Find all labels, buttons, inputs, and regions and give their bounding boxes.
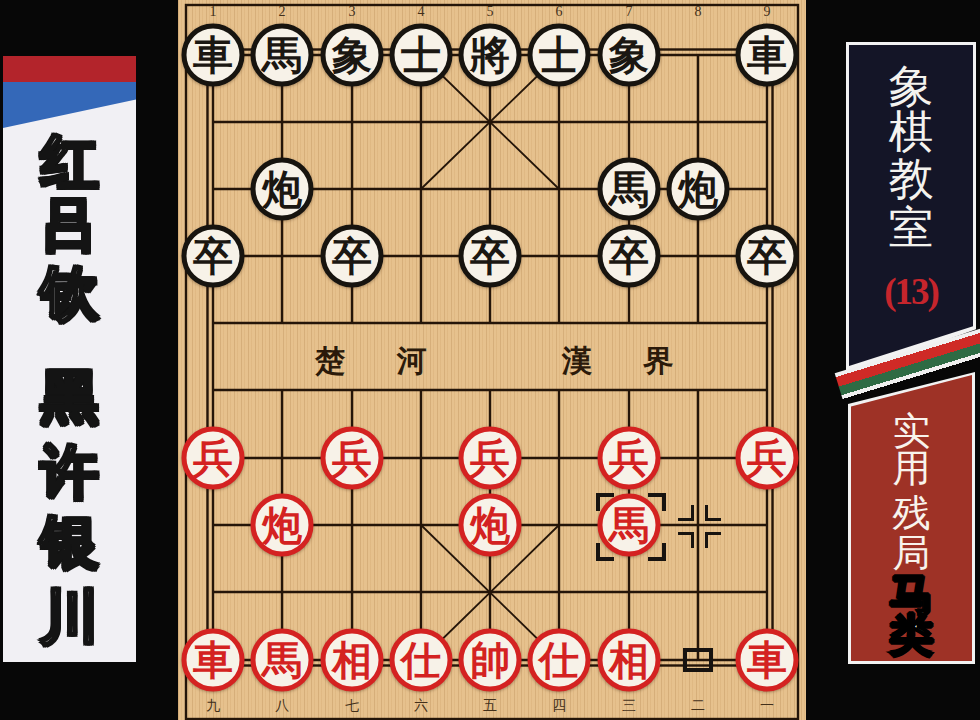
left-banner-char: 银 [41, 504, 99, 582]
piece-black-卒[interactable]: 卒 [736, 225, 799, 288]
piece-red-炮[interactable]: 炮 [459, 494, 522, 557]
video-frame: 红 吕 钦 黑 许 银 川 楚 河 漢 界 車馬象士將士象車炮馬炮卒卒卒卒卒兵兵… [0, 0, 980, 720]
file-label-bottom-七: 七 [345, 697, 359, 715]
category-char: 类 [890, 606, 934, 665]
piece-glyph: 兵 [470, 438, 510, 478]
piece-black-馬[interactable]: 馬 [251, 24, 314, 87]
file-label-bottom-二: 二 [691, 697, 705, 715]
file-label-top-3: 3 [349, 4, 356, 20]
piece-red-車[interactable]: 車 [182, 629, 245, 692]
piece-glyph: 炮 [262, 169, 302, 209]
left-banner-blue-wedge [3, 82, 136, 128]
piece-red-兵[interactable]: 兵 [598, 427, 661, 490]
piece-black-炮[interactable]: 炮 [251, 158, 314, 221]
piece-red-兵[interactable]: 兵 [736, 427, 799, 490]
file-label-bottom-六: 六 [414, 697, 428, 715]
marker-corner [705, 532, 721, 548]
left-banner-red-bar [3, 56, 136, 83]
marker-corner [678, 532, 694, 548]
piece-black-士[interactable]: 士 [528, 24, 591, 87]
file-label-top-5: 5 [487, 4, 494, 20]
piece-red-相[interactable]: 相 [321, 629, 384, 692]
river-text-right: 漢 界 [562, 341, 696, 382]
piece-red-仕[interactable]: 仕 [390, 629, 453, 692]
right-banner-bottom: 实 用 残 局 马 类 [848, 372, 975, 664]
file-label-bottom-四: 四 [552, 697, 566, 715]
piece-black-車[interactable]: 車 [736, 24, 799, 87]
marker-corner [678, 505, 694, 521]
piece-glyph: 象 [332, 35, 372, 75]
file-label-bottom-一: 一 [760, 697, 774, 715]
episode-number: (13) [884, 270, 938, 313]
piece-black-車[interactable]: 車 [182, 24, 245, 87]
marker-origin-square [683, 648, 713, 672]
marker-corner [705, 505, 721, 521]
marker-corner [648, 543, 666, 561]
piece-black-士[interactable]: 士 [390, 24, 453, 87]
piece-glyph: 炮 [678, 169, 718, 209]
piece-red-車[interactable]: 車 [736, 629, 799, 692]
marker-corner [596, 493, 614, 511]
piece-red-相[interactable]: 相 [598, 629, 661, 692]
piece-red-兵[interactable]: 兵 [182, 427, 245, 490]
piece-glyph: 車 [747, 35, 787, 75]
piece-black-馬[interactable]: 馬 [598, 158, 661, 221]
series-subtitle-char: 用 [893, 443, 931, 494]
piece-glyph: 車 [193, 35, 233, 75]
file-label-bottom-五: 五 [483, 697, 497, 715]
piece-red-馬[interactable]: 馬 [251, 629, 314, 692]
piece-glyph: 卒 [609, 236, 649, 276]
left-banner-char: 许 [41, 434, 99, 512]
piece-glyph: 兵 [609, 438, 649, 478]
file-label-top-7: 7 [626, 4, 633, 20]
left-banner-char-black: 黑 [41, 359, 99, 437]
piece-red-兵[interactable]: 兵 [321, 427, 384, 490]
piece-glyph: 兵 [193, 438, 233, 478]
piece-glyph: 卒 [332, 236, 372, 276]
left-banner-char: 钦 [41, 255, 99, 333]
piece-glyph: 車 [747, 640, 787, 680]
file-label-bottom-八: 八 [275, 697, 289, 715]
file-label-top-4: 4 [418, 4, 425, 20]
xiangqi-board[interactable]: 楚 河 漢 界 車馬象士將士象車炮馬炮卒卒卒卒卒兵兵兵兵兵炮炮馬車馬相仕帥仕相車… [178, 0, 806, 720]
piece-black-象[interactable]: 象 [321, 24, 384, 87]
file-label-top-8: 8 [695, 4, 702, 20]
piece-black-卒[interactable]: 卒 [182, 225, 245, 288]
left-banner: 红 吕 钦 黑 许 银 川 [3, 56, 136, 662]
piece-glyph: 士 [539, 35, 579, 75]
board-grid [178, 0, 806, 720]
piece-red-兵[interactable]: 兵 [459, 427, 522, 490]
piece-red-帥[interactable]: 帥 [459, 629, 522, 692]
piece-glyph: 仕 [539, 640, 579, 680]
piece-glyph: 炮 [470, 505, 510, 545]
piece-glyph: 馬 [609, 505, 649, 545]
piece-glyph: 馬 [609, 169, 649, 209]
right-banner-top: 象 棋 教 室 (13) [846, 42, 976, 376]
show-title-char: 室 [889, 198, 934, 258]
piece-glyph: 象 [609, 35, 649, 75]
river-text-left: 楚 河 [315, 341, 449, 382]
file-label-top-9: 9 [764, 4, 771, 20]
marker-corner [596, 543, 614, 561]
piece-glyph: 兵 [747, 438, 787, 478]
file-label-bottom-九: 九 [206, 697, 220, 715]
piece-glyph: 卒 [470, 236, 510, 276]
piece-glyph: 炮 [262, 505, 302, 545]
left-banner-char: 川 [41, 579, 99, 657]
file-label-top-1: 1 [210, 4, 217, 20]
piece-black-炮[interactable]: 炮 [667, 158, 730, 221]
piece-red-炮[interactable]: 炮 [251, 494, 314, 557]
piece-glyph: 車 [193, 640, 233, 680]
piece-black-卒[interactable]: 卒 [321, 225, 384, 288]
piece-glyph: 馬 [262, 35, 302, 75]
piece-glyph: 卒 [193, 236, 233, 276]
piece-black-將[interactable]: 將 [459, 24, 522, 87]
file-label-top-2: 2 [279, 4, 286, 20]
file-label-top-6: 6 [556, 4, 563, 20]
piece-glyph: 相 [332, 640, 372, 680]
piece-glyph: 仕 [401, 640, 441, 680]
piece-black-象[interactable]: 象 [598, 24, 661, 87]
file-label-bottom-三: 三 [622, 697, 636, 715]
board-outer-frame [186, 5, 798, 719]
piece-glyph: 將 [470, 35, 510, 75]
marker-corner [648, 493, 666, 511]
piece-glyph: 士 [401, 35, 441, 75]
piece-red-仕[interactable]: 仕 [528, 629, 591, 692]
piece-glyph: 馬 [262, 640, 302, 680]
piece-glyph: 相 [609, 640, 649, 680]
piece-glyph: 兵 [332, 438, 372, 478]
piece-glyph: 帥 [470, 640, 510, 680]
piece-black-卒[interactable]: 卒 [598, 225, 661, 288]
piece-black-卒[interactable]: 卒 [459, 225, 522, 288]
piece-glyph: 卒 [747, 236, 787, 276]
left-banner-char: 吕 [41, 187, 99, 265]
